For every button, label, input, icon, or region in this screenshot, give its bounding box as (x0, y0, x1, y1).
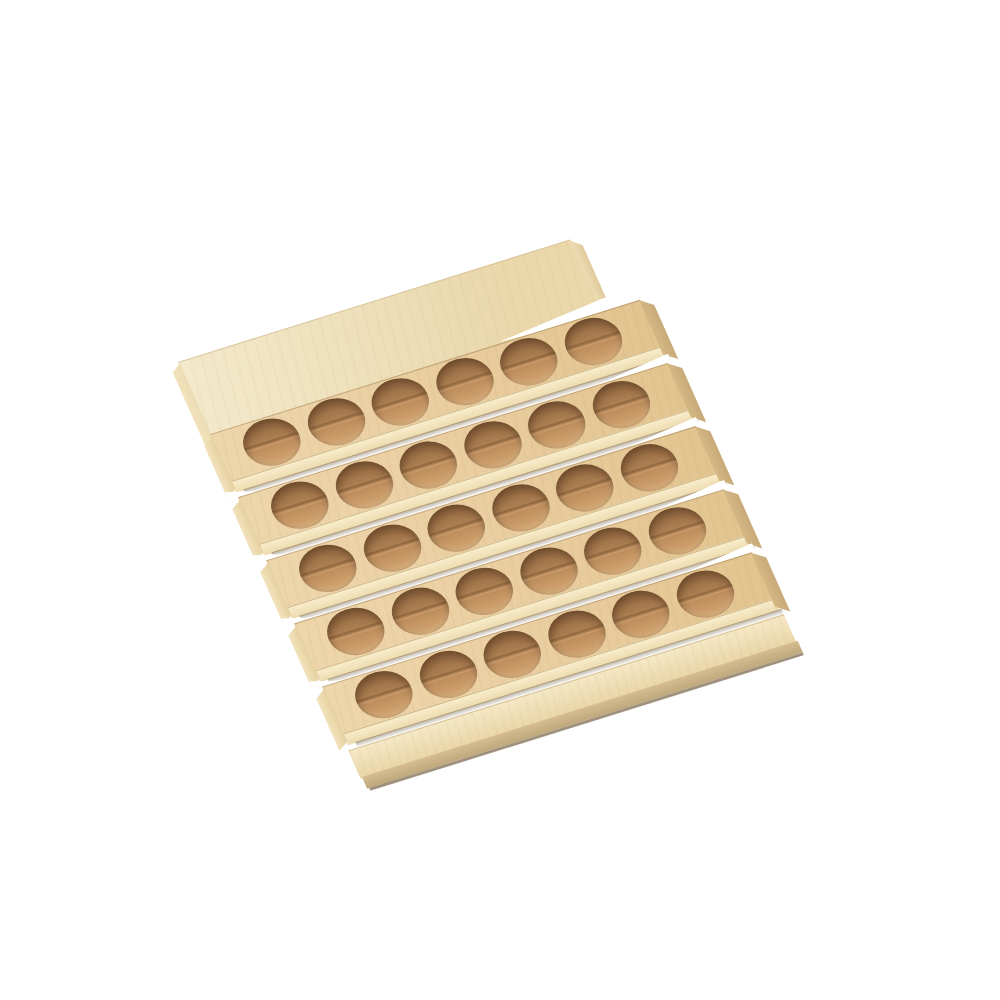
product-photo-scene (0, 0, 1000, 1000)
back-panel-left-edge-face (173, 364, 214, 449)
wooden-rack-board (178, 228, 799, 794)
